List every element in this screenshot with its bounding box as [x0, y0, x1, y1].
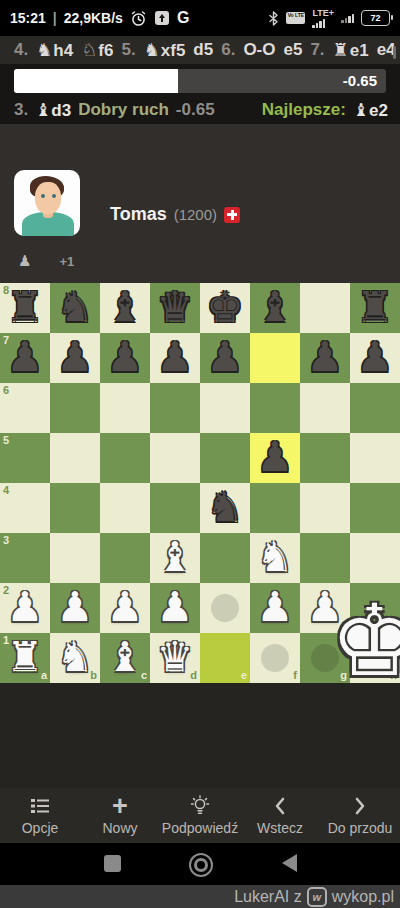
square-e5[interactable] — [200, 433, 250, 483]
options-list-icon — [29, 795, 51, 817]
move-judgment-label: Dobry ruch — [78, 100, 169, 120]
player-section: Tomas (1200) ♟ +1 — [0, 124, 400, 283]
hint-button[interactable]: Podpowiedź — [160, 788, 240, 843]
square-f8[interactable]: ♝ — [250, 283, 300, 333]
recents-square-icon[interactable] — [104, 855, 121, 872]
black-king-e8[interactable]: ♚ — [200, 283, 250, 333]
new-game-button[interactable]: + Nowy — [80, 788, 160, 843]
avatar[interactable] — [14, 170, 80, 236]
watermark-bar: LukerAI z w wykop.pl — [0, 885, 400, 908]
screenshot-upload-icon — [154, 10, 170, 26]
dragged-white-king[interactable]: ♚ — [330, 588, 400, 698]
file-label-d: d — [190, 670, 197, 681]
move-token[interactable]: O-O — [243, 40, 275, 60]
rank-label-8: 8 — [3, 285, 9, 296]
signal-bars-icon-1 — [312, 18, 325, 28]
white-bishop-d3[interactable]: ♝ — [150, 533, 200, 583]
square-c8[interactable]: ♝ — [100, 283, 150, 333]
move-token[interactable]: ♜e1 — [333, 39, 369, 61]
back-move-button[interactable]: Wstecz — [240, 788, 320, 843]
file-label-a: a — [41, 670, 47, 681]
move-number: 5. — [121, 40, 135, 60]
square-d7[interactable]: ♟ — [150, 333, 200, 383]
piece-figurine-icon: ♜ — [333, 39, 349, 60]
file-label-f: f — [293, 670, 297, 681]
move-list[interactable]: 4.♞h4♘f65.♞xf5d56.O-Oe57.♜e1e48. — [0, 36, 400, 64]
volte-icon: Vo LTE — [286, 12, 305, 24]
avatar-eye — [41, 194, 45, 198]
chevron-left-icon — [272, 795, 288, 817]
file-label-e: e — [241, 670, 247, 681]
square-b8[interactable]: ♞ — [50, 283, 100, 333]
square-g3[interactable] — [300, 533, 350, 583]
square-b7[interactable]: ♟ — [50, 333, 100, 383]
square-d8[interactable]: ♛ — [150, 283, 200, 333]
square-h4[interactable] — [350, 483, 400, 533]
white-pawn-b2[interactable]: ♟ — [50, 583, 100, 633]
square-a7[interactable]: ♟7 — [0, 333, 50, 383]
captured-pawn-icon: ♟ — [18, 252, 31, 270]
square-f7[interactable] — [250, 333, 300, 383]
square-e8[interactable]: ♚ — [200, 283, 250, 333]
bishop-figurine-icon: ♝ — [353, 99, 369, 120]
square-g5[interactable] — [300, 433, 350, 483]
black-queen-d8[interactable]: ♛ — [150, 283, 200, 333]
legal-move-dot[interactable] — [261, 644, 289, 672]
black-bishop-c8[interactable]: ♝ — [100, 283, 150, 333]
black-pawn-h7[interactable]: ♟ — [350, 333, 400, 383]
square-a3[interactable]: 3 — [0, 533, 50, 583]
player-name-row: Tomas (1200) — [110, 204, 240, 225]
bluetooth-icon — [268, 11, 279, 26]
square-c4[interactable] — [100, 483, 150, 533]
square-h5[interactable] — [350, 433, 400, 483]
move-number: 7. — [310, 40, 324, 60]
square-f6[interactable] — [250, 383, 300, 433]
annotation-move-number: 3. — [14, 100, 28, 120]
move-token[interactable]: ♞h4 — [36, 39, 73, 61]
captured-count: +1 — [59, 254, 74, 269]
rank-label-4: 4 — [3, 485, 9, 496]
new-game-label: Nowy — [102, 820, 137, 836]
square-d3[interactable]: ♝ — [150, 533, 200, 583]
square-f5[interactable]: ♟ — [250, 433, 300, 483]
square-d5[interactable] — [150, 433, 200, 483]
square-d2[interactable]: ♟ — [150, 583, 200, 633]
bottom-toolbar: Opcje + Nowy Podpowiedź Wstecz Do przodu — [0, 788, 400, 843]
square-b6[interactable] — [50, 383, 100, 433]
move-judgment-value: -0.65 — [176, 100, 215, 120]
black-bishop-f8[interactable]: ♝ — [250, 283, 300, 333]
status-separator: | — [53, 10, 57, 26]
square-g7[interactable]: ♟ — [300, 333, 350, 383]
square-b3[interactable] — [50, 533, 100, 583]
rank-label-7: 7 — [3, 335, 9, 346]
phone-screen: 15:21 | 22,9KB/s G Vo LTE LTE+ 72 — [0, 0, 400, 908]
switzerland-flag-icon — [224, 207, 240, 223]
square-c3[interactable] — [100, 533, 150, 583]
rank-label-5: 5 — [3, 435, 9, 446]
rank-label-1: 1 — [3, 635, 9, 646]
square-c2[interactable]: ♟ — [100, 583, 150, 633]
home-circle-icon[interactable] — [189, 853, 213, 877]
square-c6[interactable] — [100, 383, 150, 433]
black-knight-e4[interactable]: ♞ — [200, 483, 250, 533]
avatar-eye — [52, 194, 56, 198]
google-icon: G — [177, 9, 189, 27]
black-pawn-g7[interactable]: ♟ — [300, 333, 350, 383]
square-h3[interactable] — [350, 533, 400, 583]
square-h8[interactable]: ♜ — [350, 283, 400, 333]
move-number: 4. — [14, 40, 28, 60]
move-token[interactable]: ♞xf5 — [144, 39, 186, 61]
forward-move-label: Do przodu — [328, 820, 393, 836]
square-c1[interactable]: ♝c — [100, 633, 150, 683]
wykop-logo-icon: w — [307, 887, 327, 907]
black-pawn-c7[interactable]: ♟ — [100, 333, 150, 383]
square-f1[interactable]: f — [250, 633, 300, 683]
square-e4[interactable]: ♞ — [200, 483, 250, 533]
square-b2[interactable]: ♟ — [50, 583, 100, 633]
plus-icon: + — [112, 795, 128, 817]
evaluation-value: -0.65 — [343, 69, 377, 93]
file-label-b: b — [90, 670, 97, 681]
evaluation-bar-white-fill — [14, 69, 178, 93]
square-e6[interactable] — [200, 383, 250, 433]
piece-figurine-icon: ♞ — [36, 39, 52, 60]
forward-move-button[interactable]: Do przodu — [320, 788, 400, 843]
square-h6[interactable] — [350, 383, 400, 433]
square-d6[interactable] — [150, 383, 200, 433]
battery-percent: 72 — [370, 13, 380, 23]
square-f3[interactable]: ♞ — [250, 533, 300, 583]
bishop-figurine-icon: ♝ — [35, 99, 51, 120]
lte-plus-label: LTE+ — [312, 9, 334, 18]
black-pawn-b7[interactable]: ♟ — [50, 333, 100, 383]
square-d4[interactable] — [150, 483, 200, 533]
square-e2[interactable] — [200, 583, 250, 633]
watermark-brand: wykop.pl — [332, 888, 394, 906]
square-a5[interactable]: 5 — [0, 433, 50, 483]
piece-figurine-icon: ♘ — [81, 39, 97, 60]
move-token[interactable]: ♘f6 — [81, 39, 113, 61]
alarm-clock-icon — [130, 10, 147, 27]
square-a6[interactable]: 6 — [0, 383, 50, 433]
move-token[interactable]: d5 — [193, 40, 213, 60]
piece-figurine-icon: ♞ — [144, 39, 160, 60]
white-pawn-d2[interactable]: ♟ — [150, 583, 200, 633]
white-pawn-c2[interactable]: ♟ — [100, 583, 150, 633]
rank-label-2: 2 — [3, 585, 9, 596]
square-d1[interactable]: ♛d — [150, 633, 200, 683]
square-f2[interactable]: ♟ — [250, 583, 300, 633]
move-number: 6. — [221, 40, 235, 60]
best-move: ♝e2 — [353, 99, 388, 121]
black-knight-b8[interactable]: ♞ — [50, 283, 100, 333]
best-move-label: Najlepsze: — [262, 100, 346, 120]
options-button[interactable]: Opcje — [0, 788, 80, 843]
evaluation-section: -0.65 3. ♝d3 Dobry ruch -0.65 Najlepsze:… — [0, 64, 400, 124]
status-bar: 15:21 | 22,9KB/s G Vo LTE LTE+ 72 — [0, 0, 400, 36]
white-pawn-f2[interactable]: ♟ — [250, 583, 300, 633]
square-b5[interactable] — [50, 433, 100, 483]
move-token[interactable]: e5 — [283, 40, 302, 60]
square-e7[interactable]: ♟ — [200, 333, 250, 383]
square-g6[interactable] — [300, 383, 350, 433]
square-f4[interactable] — [250, 483, 300, 533]
square-b1[interactable]: ♞b — [50, 633, 100, 683]
android-nav-bar — [0, 843, 400, 885]
black-pawn-f5[interactable]: ♟ — [250, 433, 300, 483]
back-triangle-icon[interactable] — [282, 854, 297, 872]
square-e1[interactable]: e — [200, 633, 250, 683]
player-name: Tomas — [110, 204, 167, 225]
square-b4[interactable] — [50, 483, 100, 533]
legal-move-dot[interactable] — [211, 594, 239, 622]
evaluation-bar: -0.65 — [14, 69, 386, 93]
watermark-author: LukerAI z — [234, 888, 302, 906]
white-knight-f3[interactable]: ♞ — [250, 533, 300, 583]
square-g8[interactable] — [300, 283, 350, 333]
rank-label-6: 6 — [3, 385, 9, 396]
player-rating: (1200) — [174, 206, 217, 223]
signal-bars-icon-2 — [341, 13, 354, 23]
lte-signal: LTE+ — [312, 9, 334, 28]
clock-time: 15:21 — [10, 10, 46, 26]
square-a1[interactable]: ♜1a — [0, 633, 50, 683]
avatar-face — [35, 182, 61, 214]
lightbulb-hint-icon — [188, 795, 212, 817]
hint-label: Podpowiedź — [162, 820, 238, 836]
square-c5[interactable] — [100, 433, 150, 483]
battery-icon: 72 — [361, 10, 390, 26]
black-pawn-e7[interactable]: ♟ — [200, 333, 250, 383]
square-a8[interactable]: ♜8 — [0, 283, 50, 333]
square-a4[interactable]: 4 — [0, 483, 50, 533]
options-label: Opcje — [22, 820, 59, 836]
annotation-move: ♝d3 — [35, 99, 71, 121]
move-annotation-row: 3. ♝d3 Dobry ruch -0.65 Najlepsze: ♝e2 — [14, 97, 388, 123]
file-label-c: c — [141, 670, 147, 681]
black-pawn-d7[interactable]: ♟ — [150, 333, 200, 383]
chevron-right-icon — [352, 795, 368, 817]
square-h7[interactable]: ♟ — [350, 333, 400, 383]
captured-pieces: ♟ +1 — [18, 252, 74, 270]
square-c7[interactable]: ♟ — [100, 333, 150, 383]
back-move-label: Wstecz — [257, 820, 303, 836]
square-g4[interactable] — [300, 483, 350, 533]
square-a2[interactable]: ♟2 — [0, 583, 50, 633]
network-speed: 22,9KB/s — [64, 10, 123, 26]
square-e3[interactable] — [200, 533, 250, 583]
black-rook-h8[interactable]: ♜ — [350, 283, 400, 333]
move-list-scrollbar[interactable] — [393, 46, 396, 59]
rank-label-3: 3 — [3, 535, 9, 546]
